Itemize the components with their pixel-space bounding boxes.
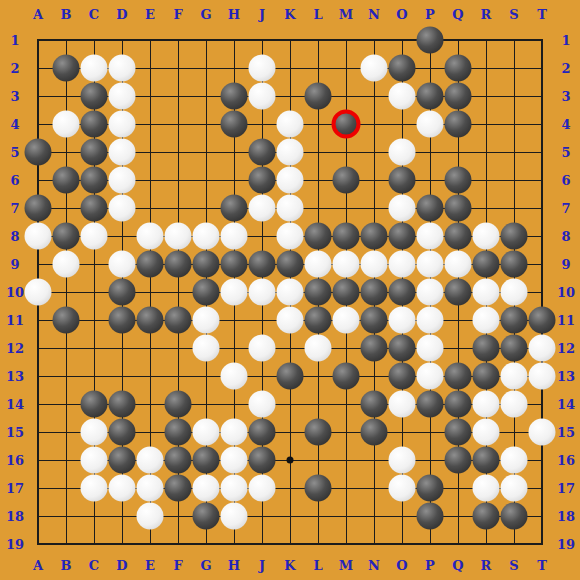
black-stone[interactable] [389, 279, 416, 306]
black-stone[interactable] [417, 83, 444, 110]
white-stone[interactable] [137, 447, 164, 474]
white-stone[interactable] [417, 251, 444, 278]
white-stone[interactable] [417, 111, 444, 138]
black-stone[interactable] [305, 419, 332, 446]
black-stone[interactable] [305, 279, 332, 306]
black-stone[interactable] [221, 251, 248, 278]
col-label-top: M [339, 8, 353, 21]
white-stone[interactable] [137, 475, 164, 502]
black-stone[interactable] [333, 279, 360, 306]
white-stone[interactable] [529, 363, 556, 390]
black-stone[interactable] [81, 139, 108, 166]
black-stone[interactable] [445, 167, 472, 194]
white-stone[interactable] [81, 447, 108, 474]
white-stone[interactable] [389, 475, 416, 502]
black-stone[interactable] [445, 419, 472, 446]
black-stone[interactable] [277, 251, 304, 278]
row-label-left: 12 [6, 342, 24, 355]
black-stone[interactable] [445, 195, 472, 222]
black-stone[interactable] [417, 27, 444, 54]
black-stone[interactable] [221, 83, 248, 110]
row-label-left: 10 [6, 286, 24, 299]
black-stone[interactable] [333, 167, 360, 194]
white-stone[interactable] [193, 307, 220, 334]
black-stone[interactable] [501, 503, 528, 530]
row-label-left: 9 [10, 258, 19, 271]
black-stone[interactable] [81, 167, 108, 194]
col-label-top: Q [452, 8, 463, 21]
black-stone[interactable] [249, 251, 276, 278]
white-stone[interactable] [277, 307, 304, 334]
black-stone[interactable] [193, 251, 220, 278]
white-stone[interactable] [249, 335, 276, 362]
black-stone[interactable] [501, 223, 528, 250]
row-label-right: 15 [557, 426, 575, 439]
white-stone[interactable] [81, 419, 108, 446]
black-stone[interactable] [417, 475, 444, 502]
row-label-left: 4 [10, 118, 19, 131]
white-stone[interactable] [249, 279, 276, 306]
black-stone[interactable] [417, 391, 444, 418]
row-label-right: 13 [557, 370, 575, 383]
white-stone[interactable] [221, 475, 248, 502]
white-stone[interactable] [221, 503, 248, 530]
black-stone[interactable] [305, 223, 332, 250]
white-stone[interactable] [361, 251, 388, 278]
black-stone[interactable] [165, 391, 192, 418]
white-stone[interactable] [501, 447, 528, 474]
black-stone[interactable] [445, 223, 472, 250]
row-label-right: 19 [557, 538, 575, 551]
black-stone[interactable] [53, 55, 80, 82]
col-label-bottom: D [116, 559, 127, 572]
black-stone[interactable] [389, 363, 416, 390]
col-label-top: P [425, 8, 435, 21]
col-label-top: J [259, 8, 265, 21]
black-stone[interactable] [473, 251, 500, 278]
row-label-right: 7 [561, 202, 570, 215]
white-stone[interactable] [249, 55, 276, 82]
black-stone[interactable] [445, 111, 472, 138]
black-stone[interactable] [417, 195, 444, 222]
col-label-top: G [200, 8, 211, 21]
white-stone[interactable] [53, 111, 80, 138]
white-stone[interactable] [221, 223, 248, 250]
col-label-bottom: H [228, 559, 240, 572]
white-stone[interactable] [193, 475, 220, 502]
black-stone[interactable] [109, 307, 136, 334]
black-stone[interactable] [165, 419, 192, 446]
black-stone[interactable] [81, 195, 108, 222]
row-label-left: 13 [6, 370, 24, 383]
white-stone[interactable] [221, 279, 248, 306]
col-label-bottom: N [368, 559, 380, 572]
white-stone[interactable] [277, 279, 304, 306]
black-stone[interactable] [221, 111, 248, 138]
row-label-left: 1 [10, 34, 19, 47]
black-stone[interactable] [473, 447, 500, 474]
col-label-bottom: C [89, 559, 99, 572]
black-stone[interactable] [361, 335, 388, 362]
white-stone[interactable] [389, 391, 416, 418]
row-label-right: 12 [557, 342, 575, 355]
black-stone[interactable] [445, 279, 472, 306]
white-stone[interactable] [109, 55, 136, 82]
col-label-top: C [89, 8, 99, 21]
white-stone[interactable] [165, 223, 192, 250]
white-stone[interactable] [389, 251, 416, 278]
star-point [287, 457, 294, 464]
white-stone[interactable] [277, 111, 304, 138]
black-stone[interactable] [361, 279, 388, 306]
black-stone[interactable] [389, 223, 416, 250]
col-label-top: D [116, 8, 127, 21]
white-stone[interactable] [109, 251, 136, 278]
white-stone[interactable] [193, 335, 220, 362]
col-label-bottom: P [425, 559, 435, 572]
black-stone[interactable] [137, 251, 164, 278]
row-label-right: 17 [557, 482, 575, 495]
col-label-bottom: F [173, 559, 182, 572]
white-stone[interactable] [501, 391, 528, 418]
black-stone[interactable] [473, 335, 500, 362]
white-stone[interactable] [529, 419, 556, 446]
white-stone[interactable] [109, 195, 136, 222]
black-stone[interactable] [417, 503, 444, 530]
white-stone[interactable] [417, 279, 444, 306]
col-label-bottom: J [259, 559, 265, 572]
black-stone[interactable] [473, 503, 500, 530]
col-label-bottom: T [537, 559, 547, 572]
white-stone[interactable] [249, 195, 276, 222]
white-stone[interactable] [193, 419, 220, 446]
col-label-bottom: L [313, 559, 322, 572]
row-label-left: 19 [6, 538, 24, 551]
white-stone[interactable] [389, 447, 416, 474]
black-stone[interactable] [165, 447, 192, 474]
white-stone[interactable] [389, 307, 416, 334]
black-stone[interactable] [445, 391, 472, 418]
black-stone[interactable] [81, 391, 108, 418]
white-stone[interactable] [249, 391, 276, 418]
row-label-right: 18 [557, 510, 575, 523]
black-stone[interactable] [249, 139, 276, 166]
black-stone[interactable] [277, 363, 304, 390]
white-stone[interactable] [109, 111, 136, 138]
white-stone[interactable] [109, 139, 136, 166]
black-stone[interactable] [81, 111, 108, 138]
white-stone[interactable] [25, 279, 52, 306]
white-stone[interactable] [109, 83, 136, 110]
col-label-bottom: S [509, 559, 518, 572]
white-stone[interactable] [81, 475, 108, 502]
go-board[interactable]: AABBCCDDEEFFGGHHJJKKLLMMNNOOPPQQRRSSTT11… [0, 0, 580, 580]
white-stone[interactable] [501, 475, 528, 502]
white-stone[interactable] [305, 335, 332, 362]
row-label-left: 16 [6, 454, 24, 467]
white-stone[interactable] [501, 279, 528, 306]
white-stone[interactable] [137, 223, 164, 250]
white-stone[interactable] [417, 307, 444, 334]
col-label-top: S [509, 8, 518, 21]
black-stone[interactable] [53, 167, 80, 194]
white-stone[interactable] [249, 475, 276, 502]
row-label-right: 3 [561, 90, 570, 103]
grid-vline [541, 39, 543, 545]
row-label-left: 15 [6, 426, 24, 439]
white-stone[interactable] [333, 307, 360, 334]
black-stone[interactable] [53, 307, 80, 334]
col-label-top: E [145, 8, 155, 21]
col-label-top: F [173, 8, 182, 21]
col-label-bottom: G [200, 559, 211, 572]
col-label-bottom: B [61, 559, 72, 572]
black-stone[interactable] [389, 335, 416, 362]
black-stone[interactable] [501, 251, 528, 278]
black-stone[interactable] [25, 195, 52, 222]
col-label-top: T [537, 8, 547, 21]
row-label-right: 16 [557, 454, 575, 467]
black-stone[interactable] [249, 447, 276, 474]
black-stone[interactable] [501, 335, 528, 362]
white-stone[interactable] [277, 195, 304, 222]
col-label-top: K [284, 8, 295, 21]
black-stone[interactable] [109, 391, 136, 418]
black-stone[interactable] [305, 83, 332, 110]
white-stone[interactable] [529, 335, 556, 362]
white-stone[interactable] [249, 83, 276, 110]
black-stone[interactable] [53, 223, 80, 250]
black-stone[interactable] [445, 363, 472, 390]
col-label-top: R [481, 8, 492, 21]
white-stone[interactable] [25, 223, 52, 250]
white-stone[interactable] [473, 223, 500, 250]
white-stone[interactable] [473, 391, 500, 418]
white-stone[interactable] [473, 475, 500, 502]
row-label-left: 11 [6, 314, 24, 327]
white-stone[interactable] [221, 419, 248, 446]
white-stone[interactable] [417, 335, 444, 362]
white-stone[interactable] [389, 139, 416, 166]
white-stone[interactable] [389, 83, 416, 110]
black-stone[interactable] [109, 279, 136, 306]
col-label-top: O [396, 8, 407, 21]
row-label-left: 17 [6, 482, 24, 495]
row-label-right: 14 [557, 398, 575, 411]
black-stone[interactable] [193, 447, 220, 474]
white-stone[interactable] [81, 223, 108, 250]
white-stone[interactable] [417, 363, 444, 390]
black-stone[interactable] [165, 475, 192, 502]
white-stone[interactable] [445, 251, 472, 278]
white-stone[interactable] [417, 223, 444, 250]
white-stone[interactable] [473, 307, 500, 334]
white-stone[interactable] [277, 167, 304, 194]
black-stone[interactable] [109, 419, 136, 446]
white-stone[interactable] [221, 363, 248, 390]
black-stone[interactable] [305, 475, 332, 502]
white-stone[interactable] [277, 139, 304, 166]
black-stone[interactable] [333, 223, 360, 250]
black-stone[interactable] [445, 447, 472, 474]
row-label-right: 8 [561, 230, 570, 243]
col-label-bottom: O [396, 559, 407, 572]
black-stone[interactable] [109, 447, 136, 474]
black-stone[interactable] [361, 391, 388, 418]
row-label-left: 18 [6, 510, 24, 523]
black-stone[interactable] [389, 55, 416, 82]
black-stone[interactable] [389, 167, 416, 194]
row-label-left: 6 [10, 174, 19, 187]
white-stone[interactable] [137, 503, 164, 530]
row-label-right: 10 [557, 286, 575, 299]
black-stone[interactable] [501, 307, 528, 334]
black-stone[interactable] [165, 251, 192, 278]
row-label-right: 1 [561, 34, 570, 47]
row-label-left: 5 [10, 146, 19, 159]
row-label-left: 14 [6, 398, 24, 411]
row-label-left: 7 [10, 202, 19, 215]
col-label-bottom: A [33, 559, 43, 572]
col-label-top: A [33, 8, 43, 21]
black-stone[interactable] [361, 307, 388, 334]
last-move-marker [332, 110, 361, 139]
row-label-right: 5 [561, 146, 570, 159]
white-stone[interactable] [193, 223, 220, 250]
col-label-bottom: K [284, 559, 295, 572]
black-stone[interactable] [473, 363, 500, 390]
col-label-bottom: Q [452, 559, 463, 572]
col-label-top: H [228, 8, 240, 21]
col-label-bottom: R [481, 559, 492, 572]
white-stone[interactable] [473, 279, 500, 306]
black-stone[interactable] [25, 139, 52, 166]
black-stone[interactable] [165, 307, 192, 334]
black-stone[interactable] [221, 195, 248, 222]
white-stone[interactable] [305, 251, 332, 278]
black-stone[interactable] [361, 223, 388, 250]
col-label-bottom: M [339, 559, 353, 572]
col-label-top: B [61, 8, 72, 21]
black-stone[interactable] [249, 419, 276, 446]
white-stone[interactable] [333, 251, 360, 278]
white-stone[interactable] [501, 363, 528, 390]
row-label-right: 6 [561, 174, 570, 187]
col-label-bottom: E [145, 559, 155, 572]
white-stone[interactable] [53, 251, 80, 278]
col-label-top: N [368, 8, 380, 21]
row-label-right: 2 [561, 62, 570, 75]
col-label-top: L [313, 8, 322, 21]
black-stone[interactable] [333, 363, 360, 390]
black-stone[interactable] [193, 503, 220, 530]
black-stone[interactable] [361, 419, 388, 446]
white-stone[interactable] [473, 419, 500, 446]
black-stone[interactable] [81, 83, 108, 110]
black-stone[interactable] [193, 279, 220, 306]
black-stone[interactable] [305, 307, 332, 334]
white-stone[interactable] [109, 475, 136, 502]
row-label-right: 11 [557, 314, 575, 327]
white-stone[interactable] [109, 167, 136, 194]
row-label-left: 8 [10, 230, 19, 243]
white-stone[interactable] [361, 55, 388, 82]
white-stone[interactable] [389, 195, 416, 222]
white-stone[interactable] [277, 223, 304, 250]
white-stone[interactable] [81, 55, 108, 82]
white-stone[interactable] [221, 447, 248, 474]
black-stone[interactable] [249, 167, 276, 194]
black-stone[interactable] [445, 55, 472, 82]
row-label-left: 2 [10, 62, 19, 75]
black-stone[interactable] [529, 307, 556, 334]
row-label-left: 3 [10, 90, 19, 103]
black-stone[interactable] [445, 83, 472, 110]
black-stone[interactable] [137, 307, 164, 334]
row-label-right: 9 [561, 258, 570, 271]
row-label-right: 4 [561, 118, 570, 131]
